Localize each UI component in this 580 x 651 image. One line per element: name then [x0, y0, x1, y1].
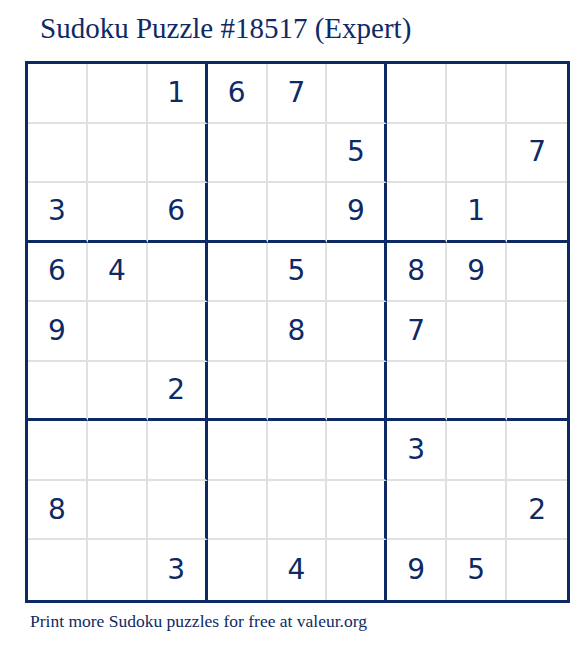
cell-r1c1 [28, 64, 88, 124]
cell-r2c8 [447, 124, 507, 184]
cell-r9c4 [208, 540, 268, 600]
cell-r9c8: 5 [447, 540, 507, 600]
cell-r4c5: 5 [268, 243, 328, 303]
cell-r8c1: 8 [28, 481, 88, 541]
cell-r8c2 [88, 481, 148, 541]
cell-r3c1: 3 [28, 183, 88, 243]
cell-r1c7 [387, 64, 447, 124]
cell-r4c7: 8 [387, 243, 447, 303]
cell-r8c6 [327, 481, 387, 541]
cell-r3c6: 9 [327, 183, 387, 243]
cell-r2c7 [387, 124, 447, 184]
cell-r9c3: 3 [148, 540, 208, 600]
page-title: Sudoku Puzzle #18517 (Expert) [40, 12, 411, 45]
cell-r4c4 [208, 243, 268, 303]
cell-r6c5 [268, 362, 328, 422]
cell-r3c4 [208, 183, 268, 243]
footer-text: Print more Sudoku puzzles for free at va… [30, 611, 367, 632]
cell-r4c1: 6 [28, 243, 88, 303]
cell-r7c4 [208, 421, 268, 481]
cell-r9c9 [507, 540, 567, 600]
cell-r1c3: 1 [148, 64, 208, 124]
cell-r8c5 [268, 481, 328, 541]
cell-r5c1: 9 [28, 302, 88, 362]
cell-r4c3 [148, 243, 208, 303]
cell-r7c1 [28, 421, 88, 481]
cell-r3c5 [268, 183, 328, 243]
cell-r1c5: 7 [268, 64, 328, 124]
cell-r5c2 [88, 302, 148, 362]
cell-r3c3: 6 [148, 183, 208, 243]
cell-r8c7 [387, 481, 447, 541]
cell-r4c8: 9 [447, 243, 507, 303]
cell-r6c1 [28, 362, 88, 422]
cell-r1c9 [507, 64, 567, 124]
cell-r9c1 [28, 540, 88, 600]
cell-r2c2 [88, 124, 148, 184]
cell-r8c8 [447, 481, 507, 541]
cell-r3c8: 1 [447, 183, 507, 243]
cell-r6c7 [387, 362, 447, 422]
cell-r2c9: 7 [507, 124, 567, 184]
cell-r8c9: 2 [507, 481, 567, 541]
cell-r7c8 [447, 421, 507, 481]
cell-r5c3 [148, 302, 208, 362]
cell-r8c4 [208, 481, 268, 541]
cell-r5c6 [327, 302, 387, 362]
cell-r9c5: 4 [268, 540, 328, 600]
cell-r6c2 [88, 362, 148, 422]
cell-r7c3 [148, 421, 208, 481]
cell-r6c3: 2 [148, 362, 208, 422]
cell-r2c3 [148, 124, 208, 184]
cell-r7c5 [268, 421, 328, 481]
cell-r3c7 [387, 183, 447, 243]
cell-r1c4: 6 [208, 64, 268, 124]
cell-r3c9 [507, 183, 567, 243]
cell-r4c6 [327, 243, 387, 303]
cell-r7c7: 3 [387, 421, 447, 481]
cell-r9c7: 9 [387, 540, 447, 600]
cell-r7c2 [88, 421, 148, 481]
cell-r5c9 [507, 302, 567, 362]
cell-r7c6 [327, 421, 387, 481]
cell-r2c4 [208, 124, 268, 184]
cell-r5c7: 7 [387, 302, 447, 362]
cell-r6c8 [447, 362, 507, 422]
cell-r5c5: 8 [268, 302, 328, 362]
cell-r6c9 [507, 362, 567, 422]
cell-r6c6 [327, 362, 387, 422]
cell-r3c2 [88, 183, 148, 243]
cell-r5c8 [447, 302, 507, 362]
cell-r1c8 [447, 64, 507, 124]
cell-r5c4 [208, 302, 268, 362]
cell-r4c9 [507, 243, 567, 303]
cell-r6c4 [208, 362, 268, 422]
cell-r2c6: 5 [327, 124, 387, 184]
cell-r2c5 [268, 124, 328, 184]
cell-r2c1 [28, 124, 88, 184]
cell-r8c3 [148, 481, 208, 541]
cell-r4c2: 4 [88, 243, 148, 303]
cell-r9c6 [327, 540, 387, 600]
sudoku-board: 1675736916458998723823495 [25, 61, 570, 603]
cell-r9c2 [88, 540, 148, 600]
cell-r7c9 [507, 421, 567, 481]
cell-r1c6 [327, 64, 387, 124]
cell-r1c2 [88, 64, 148, 124]
